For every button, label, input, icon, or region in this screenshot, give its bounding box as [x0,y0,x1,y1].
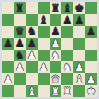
square-e8[interactable]: ♜ [50,2,62,14]
square-h7[interactable] [85,14,97,26]
white-bishop-c1: ♝ [27,85,36,96]
black-king-g8: ♚ [74,2,83,13]
white-pawn-e5: ♟ [51,38,60,49]
square-d4[interactable] [38,50,50,62]
chess-board: ♜♜♝♚♝♟♟♛♞♟♟♟♟♟♟♞♟♞♟♟♞♟♟♛♝♟♝♜♜♚ [2,2,97,97]
square-d7[interactable]: ♝ [38,14,50,26]
white-pawn-a2: ♟ [3,73,12,84]
white-queen-e2: ♛ [51,73,60,84]
square-b5[interactable]: ♟ [14,38,26,50]
square-h4[interactable] [85,50,97,62]
square-b8[interactable]: ♜ [14,2,26,14]
board-frame: ♜♜♝♚♝♟♟♛♞♟♟♟♟♟♟♞♟♞♟♟♞♟♟♛♝♟♝♜♜♚ [0,0,99,99]
square-f3[interactable]: ♞ [61,61,73,73]
square-f7[interactable]: ♟ [61,14,73,26]
square-f6[interactable] [61,26,73,38]
square-e7[interactable] [50,14,62,26]
square-d3[interactable]: ♟ [38,61,50,73]
white-pawn-b3: ♟ [15,62,24,73]
square-d2[interactable] [38,73,50,85]
black-knight-b4: ♞ [15,50,24,61]
square-a1[interactable] [2,85,14,97]
square-e6[interactable]: ♟ [50,26,62,38]
black-rook-b8: ♜ [15,2,24,13]
square-a2[interactable]: ♟ [2,73,14,85]
square-c8[interactable] [26,2,38,14]
square-d8[interactable] [38,2,50,14]
square-g5[interactable] [73,38,85,50]
black-pawn-b5: ♟ [15,38,24,49]
white-bishop-g2: ♝ [74,73,83,84]
square-d6[interactable] [38,26,50,38]
square-b7[interactable] [14,14,26,26]
square-f4[interactable] [61,50,73,62]
square-g8[interactable]: ♚ [73,2,85,14]
white-pawn-g3: ♟ [74,62,83,73]
white-rook-f1: ♜ [63,85,72,96]
square-a4[interactable] [2,50,14,62]
square-b2[interactable] [14,73,26,85]
white-pawn-c4: ♟ [27,50,36,61]
square-h2[interactable]: ♟ [85,73,97,85]
square-c6[interactable]: ♞ [26,26,38,38]
square-c5[interactable]: ♟ [26,38,38,50]
square-c7[interactable] [26,14,38,26]
black-pawn-e6: ♟ [51,26,60,37]
white-pawn-d3: ♟ [39,62,48,73]
square-b6[interactable]: ♛ [14,26,26,38]
square-b4[interactable]: ♞ [14,50,26,62]
square-c3[interactable] [26,61,38,73]
white-rook-e1: ♜ [51,85,60,96]
square-a6[interactable] [2,26,14,38]
square-h6[interactable]: ♟ [85,26,97,38]
square-e2[interactable]: ♛ [50,73,62,85]
square-e4[interactable]: ♞ [50,50,62,62]
square-f2[interactable] [61,73,73,85]
black-queen-b6: ♛ [15,26,24,37]
square-c4[interactable]: ♟ [26,50,38,62]
square-g3[interactable]: ♟ [73,61,85,73]
white-pawn-h2: ♟ [86,73,95,84]
square-h5[interactable] [85,38,97,50]
black-rook-e8: ♜ [51,2,60,13]
square-b3[interactable]: ♟ [14,61,26,73]
square-c1[interactable]: ♝ [26,85,38,97]
white-king-h1: ♚ [86,85,95,96]
square-c2[interactable] [26,73,38,85]
square-g2[interactable]: ♝ [73,73,85,85]
white-knight-f3: ♞ [63,62,72,73]
square-d1[interactable] [38,85,50,97]
square-g7[interactable]: ♟ [73,14,85,26]
square-e3[interactable] [50,61,62,73]
square-g6[interactable] [73,26,85,38]
black-bishop-f8: ♝ [63,2,72,13]
black-bishop-d7: ♝ [39,14,48,25]
square-f8[interactable]: ♝ [61,2,73,14]
black-pawn-g7: ♟ [74,14,83,25]
square-b1[interactable] [14,85,26,97]
square-a8[interactable] [2,2,14,14]
square-g4[interactable] [73,50,85,62]
square-a5[interactable]: ♟ [2,38,14,50]
square-a7[interactable] [2,14,14,26]
square-d5[interactable] [38,38,50,50]
black-pawn-f7: ♟ [63,14,72,25]
black-pawn-a5: ♟ [3,38,12,49]
square-g1[interactable] [73,85,85,97]
black-knight-c6: ♞ [27,26,36,37]
square-e5[interactable]: ♟ [50,38,62,50]
square-a3[interactable] [2,61,14,73]
white-knight-e4: ♞ [51,50,60,61]
square-h8[interactable] [85,2,97,14]
black-pawn-h6: ♟ [86,26,95,37]
square-f5[interactable] [61,38,73,50]
black-pawn-c5: ♟ [27,38,36,49]
square-f1[interactable]: ♜ [61,85,73,97]
square-h3[interactable] [85,61,97,73]
square-e1[interactable]: ♜ [50,85,62,97]
square-h1[interactable]: ♚ [85,85,97,97]
